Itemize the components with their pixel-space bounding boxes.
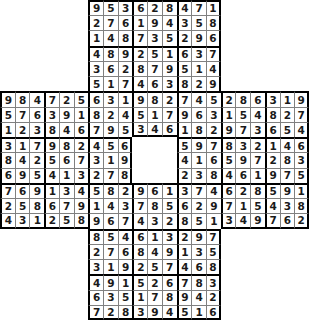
sudoku-cell-r11c13[interactable]: 4 — [177, 152, 192, 167]
sudoku-cell-r5c11[interactable]: 7 — [147, 61, 162, 76]
sudoku-cell-r10c8[interactable]: 5 — [103, 137, 118, 152]
sudoku-cell-r8c16[interactable]: 1 — [221, 107, 236, 122]
sudoku-cell-r6c8[interactable]: 1 — [103, 76, 118, 91]
sudoku-cell-r9c10[interactable]: 3 — [132, 122, 147, 137]
sudoku-cell-r14c7[interactable]: 1 — [88, 198, 103, 213]
sudoku-cell-r15c3[interactable]: 1 — [29, 213, 44, 228]
sudoku-cell-r9c17[interactable]: 7 — [235, 122, 250, 137]
empty-space — [147, 137, 162, 152]
sudoku-cell-r2c13[interactable]: 3 — [177, 15, 192, 30]
sudoku-cell-r14c18[interactable]: 5 — [250, 198, 265, 213]
sudoku-cell-r5c7[interactable]: 3 — [88, 61, 103, 76]
sudoku-cell-r11c20[interactable]: 8 — [280, 152, 295, 167]
sudoku-cell-r18c11[interactable]: 5 — [147, 259, 162, 274]
sudoku-cell-r21c9[interactable]: 8 — [118, 305, 133, 320]
sudoku-cell-r19c8[interactable]: 9 — [103, 274, 118, 289]
sudoku-cell-r7c10[interactable]: 9 — [132, 91, 147, 106]
sudoku-cell-r12c15[interactable]: 8 — [206, 168, 221, 183]
sudoku-cell-r7c13[interactable]: 7 — [177, 91, 192, 106]
sudoku-cell-r8c8[interactable]: 2 — [103, 107, 118, 122]
sudoku-cell-r5c9[interactable]: 2 — [118, 61, 133, 76]
sudoku-cell-r10c17[interactable]: 3 — [235, 137, 250, 152]
sudoku-cell-r10c6[interactable]: 2 — [74, 137, 89, 152]
sudoku-cell-r4c9[interactable]: 9 — [118, 46, 133, 61]
sudoku-cell-r10c1[interactable]: 3 — [0, 137, 15, 152]
sudoku-cell-r13c2[interactable]: 6 — [15, 183, 30, 198]
sudoku-cell-r21c7[interactable]: 7 — [88, 305, 103, 320]
sudoku-cell-r19c14[interactable]: 8 — [191, 274, 206, 289]
sudoku-cell-r10c3[interactable]: 7 — [29, 137, 44, 152]
sudoku-cell-r21c12[interactable]: 4 — [162, 305, 177, 320]
sudoku-cell-r16c7[interactable]: 8 — [88, 229, 103, 244]
sudoku-cell-r13c15[interactable]: 4 — [206, 183, 221, 198]
sudoku-cell-r9c21[interactable]: 4 — [294, 122, 309, 137]
sudoku-cell-r14c6[interactable]: 9 — [74, 198, 89, 213]
sudoku-cell-r15c13[interactable]: 8 — [177, 213, 192, 228]
sudoku-cell-r20c13[interactable]: 9 — [177, 290, 192, 305]
sudoku-cell-r11c7[interactable]: 3 — [88, 152, 103, 167]
sudoku-cell-r13c5[interactable]: 3 — [59, 183, 74, 198]
sudoku-cell-r10c4[interactable]: 9 — [44, 137, 59, 152]
sudoku-cell-r11c16[interactable]: 5 — [221, 152, 236, 167]
sudoku-cell-r10c14[interactable]: 9 — [191, 137, 206, 152]
sudoku-cell-r16c15[interactable]: 7 — [206, 229, 221, 244]
sudoku-cell-r9c2[interactable]: 2 — [15, 122, 30, 137]
sudoku-cell-r12c2[interactable]: 9 — [15, 168, 30, 183]
sudoku-cell-r7c21[interactable]: 9 — [294, 91, 309, 106]
sudoku-cell-r16c10[interactable]: 6 — [132, 229, 147, 244]
sudoku-cell-r3c7[interactable]: 1 — [88, 30, 103, 45]
sudoku-cell-r15c12[interactable]: 2 — [162, 213, 177, 228]
sudoku-cell-r3c8[interactable]: 4 — [103, 30, 118, 45]
sudoku-cell-r7c16[interactable]: 2 — [221, 91, 236, 106]
sudoku-cell-r19c12[interactable]: 6 — [162, 274, 177, 289]
sudoku-cell-r13c21[interactable]: 1 — [294, 183, 309, 198]
sudoku-cell-r13c10[interactable]: 9 — [132, 183, 147, 198]
sudoku-cell-r14c15[interactable]: 9 — [206, 198, 221, 213]
sudoku-cell-r6c9[interactable]: 7 — [118, 76, 133, 91]
sudoku-cell-r8c14[interactable]: 6 — [191, 107, 206, 122]
sudoku-cell-r14c20[interactable]: 3 — [280, 198, 295, 213]
sudoku-cell-r12c20[interactable]: 7 — [280, 168, 295, 183]
sudoku-cell-r14c13[interactable]: 6 — [177, 198, 192, 213]
sudoku-cell-r7c3[interactable]: 4 — [29, 91, 44, 106]
sudoku-cell-r7c19[interactable]: 3 — [265, 91, 280, 106]
sudoku-cell-r5c13[interactable]: 5 — [177, 61, 192, 76]
sudoku-cell-r1c14[interactable]: 7 — [191, 0, 206, 15]
sudoku-cell-r15c19[interactable]: 7 — [265, 213, 280, 228]
sudoku-cell-r3c9[interactable]: 8 — [118, 30, 133, 45]
sudoku-cell-r11c2[interactable]: 4 — [15, 152, 30, 167]
sudoku-cell-r12c5[interactable]: 1 — [59, 168, 74, 183]
sudoku-cell-r10c18[interactable]: 2 — [250, 137, 265, 152]
sudoku-cell-r8c1[interactable]: 5 — [0, 107, 15, 122]
sudoku-cell-r9c3[interactable]: 3 — [29, 122, 44, 137]
sudoku-cell-r10c13[interactable]: 5 — [177, 137, 192, 152]
sudoku-cell-r1c13[interactable]: 4 — [177, 0, 192, 15]
sudoku-cell-r15c16[interactable]: 3 — [221, 213, 236, 228]
sudoku-cell-r7c4[interactable]: 7 — [44, 91, 59, 106]
sudoku-cell-r18c12[interactable]: 7 — [162, 259, 177, 274]
empty-space — [44, 274, 59, 289]
sudoku-cell-r17c13[interactable]: 1 — [177, 244, 192, 259]
sudoku-cell-r14c16[interactable]: 7 — [221, 198, 236, 213]
sudoku-cell-r5c14[interactable]: 1 — [191, 61, 206, 76]
sudoku-cell-r16c9[interactable]: 4 — [118, 229, 133, 244]
sudoku-cell-r14c5[interactable]: 7 — [59, 198, 74, 213]
sudoku-cell-r20c12[interactable]: 8 — [162, 290, 177, 305]
sudoku-cell-r12c6[interactable]: 3 — [74, 168, 89, 183]
sudoku-cell-r3c13[interactable]: 2 — [177, 30, 192, 45]
sudoku-cell-r10c2[interactable]: 1 — [15, 137, 30, 152]
sudoku-cell-r8c6[interactable]: 1 — [74, 107, 89, 122]
sudoku-cell-r9c20[interactable]: 5 — [280, 122, 295, 137]
sudoku-cell-r8c10[interactable]: 5 — [132, 107, 147, 122]
sudoku-cell-r4c11[interactable]: 5 — [147, 46, 162, 61]
sudoku-cell-r5c8[interactable]: 6 — [103, 61, 118, 76]
sudoku-cell-r13c11[interactable]: 6 — [147, 183, 162, 198]
sudoku-cell-r6c11[interactable]: 6 — [147, 76, 162, 91]
sudoku-cell-r2c9[interactable]: 6 — [118, 15, 133, 30]
sudoku-cell-r9c5[interactable]: 4 — [59, 122, 74, 137]
empty-space — [294, 15, 309, 30]
sudoku-cell-r19c7[interactable]: 4 — [88, 274, 103, 289]
sudoku-cell-r1c12[interactable]: 8 — [162, 0, 177, 15]
sudoku-cell-r2c15[interactable]: 8 — [206, 15, 221, 30]
sudoku-cell-r12c21[interactable]: 5 — [294, 168, 309, 183]
sudoku-cell-r15c17[interactable]: 4 — [235, 213, 250, 228]
sudoku-cell-r12c19[interactable]: 9 — [265, 168, 280, 183]
sudoku-cell-r7c17[interactable]: 8 — [235, 91, 250, 106]
sudoku-cell-r6c12[interactable]: 3 — [162, 76, 177, 91]
sudoku-cell-r8c17[interactable]: 5 — [235, 107, 250, 122]
sudoku-cell-r15c2[interactable]: 3 — [15, 213, 30, 228]
sudoku-cell-r17c12[interactable]: 9 — [162, 244, 177, 259]
sudoku-cell-r9c19[interactable]: 6 — [265, 122, 280, 137]
sudoku-cell-r20c9[interactable]: 5 — [118, 290, 133, 305]
sudoku-cell-r12c9[interactable]: 8 — [118, 168, 133, 183]
sudoku-cell-r1c10[interactable]: 6 — [132, 0, 147, 15]
sudoku-cell-r3c15[interactable]: 6 — [206, 30, 221, 45]
sudoku-cell-r8c20[interactable]: 2 — [280, 107, 295, 122]
sudoku-cell-r7c2[interactable]: 8 — [15, 91, 30, 106]
sudoku-cell-r7c9[interactable]: 1 — [118, 91, 133, 106]
empty-space — [280, 61, 295, 76]
empty-space — [59, 61, 74, 76]
sudoku-cell-r13c20[interactable]: 9 — [280, 183, 295, 198]
sudoku-cell-r12c1[interactable]: 6 — [0, 168, 15, 183]
sudoku-cell-r4c13[interactable]: 6 — [177, 46, 192, 61]
sudoku-cell-r9c6[interactable]: 6 — [74, 122, 89, 137]
sudoku-cell-r15c6[interactable]: 8 — [74, 213, 89, 228]
sudoku-cell-r1c9[interactable]: 3 — [118, 0, 133, 15]
sudoku-cell-r12c3[interactable]: 5 — [29, 168, 44, 183]
sudoku-cell-r8c4[interactable]: 3 — [44, 107, 59, 122]
sudoku-cell-r15c20[interactable]: 6 — [280, 213, 295, 228]
sudoku-cell-r20c8[interactable]: 3 — [103, 290, 118, 305]
sudoku-cell-r14c21[interactable]: 8 — [294, 198, 309, 213]
sudoku-cell-r9c18[interactable]: 3 — [250, 122, 265, 137]
sudoku-cell-r9c11[interactable]: 4 — [147, 122, 162, 137]
sudoku-cell-r6c14[interactable]: 2 — [191, 76, 206, 91]
sudoku-cell-r16c11[interactable]: 1 — [147, 229, 162, 244]
sudoku-cell-r9c9[interactable]: 5 — [118, 122, 133, 137]
sudoku-cell-r8c18[interactable]: 4 — [250, 107, 265, 122]
sudoku-cell-r10c16[interactable]: 8 — [221, 137, 236, 152]
sudoku-cell-r8c2[interactable]: 7 — [15, 107, 30, 122]
sudoku-cell-r2c7[interactable]: 2 — [88, 15, 103, 30]
sudoku-cell-r18c15[interactable]: 8 — [206, 259, 221, 274]
sudoku-cell-r4c12[interactable]: 1 — [162, 46, 177, 61]
sudoku-cell-r11c5[interactable]: 6 — [59, 152, 74, 167]
sudoku-cell-r1c7[interactable]: 9 — [88, 0, 103, 15]
sudoku-cell-r7c15[interactable]: 5 — [206, 91, 221, 106]
sudoku-cell-r7c6[interactable]: 5 — [74, 91, 89, 106]
sudoku-cell-r21c11[interactable]: 9 — [147, 305, 162, 320]
sudoku-cell-r15c14[interactable]: 5 — [191, 213, 206, 228]
sudoku-cell-r18c10[interactable]: 2 — [132, 259, 147, 274]
sudoku-cell-r11c6[interactable]: 7 — [74, 152, 89, 167]
sudoku-cell-r11c14[interactable]: 1 — [191, 152, 206, 167]
sudoku-cell-r2c10[interactable]: 1 — [132, 15, 147, 30]
sudoku-cell-r11c8[interactable]: 1 — [103, 152, 118, 167]
sudoku-cell-r20c11[interactable]: 7 — [147, 290, 162, 305]
sudoku-cell-r14c14[interactable]: 2 — [191, 198, 206, 213]
sudoku-cell-r15c7[interactable]: 9 — [88, 213, 103, 228]
sudoku-cell-r8c7[interactable]: 8 — [88, 107, 103, 122]
sudoku-cell-r8c11[interactable]: 1 — [147, 107, 162, 122]
sudoku-cell-r19c9[interactable]: 1 — [118, 274, 133, 289]
sudoku-cell-r3c12[interactable]: 5 — [162, 30, 177, 45]
sudoku-cell-r17c14[interactable]: 3 — [191, 244, 206, 259]
sudoku-cell-r16c14[interactable]: 9 — [191, 229, 206, 244]
empty-space — [0, 15, 15, 30]
sudoku-cell-r8c19[interactable]: 8 — [265, 107, 280, 122]
sudoku-cell-r4c15[interactable]: 7 — [206, 46, 221, 61]
sudoku-cell-r18c14[interactable]: 6 — [191, 259, 206, 274]
sudoku-cell-r15c5[interactable]: 5 — [59, 213, 74, 228]
sudoku-cell-r9c14[interactable]: 8 — [191, 122, 206, 137]
sudoku-cell-r13c19[interactable]: 5 — [265, 183, 280, 198]
empty-space — [250, 274, 265, 289]
sudoku-cell-r14c11[interactable]: 8 — [147, 198, 162, 213]
sudoku-cell-r12c16[interactable]: 4 — [221, 168, 236, 183]
sudoku-cell-r21c10[interactable]: 3 — [132, 305, 147, 320]
sudoku-cell-r11c3[interactable]: 2 — [29, 152, 44, 167]
sudoku-cell-r15c15[interactable]: 1 — [206, 213, 221, 228]
sudoku-cell-r13c8[interactable]: 8 — [103, 183, 118, 198]
sudoku-cell-r3c11[interactable]: 3 — [147, 30, 162, 45]
sudoku-cell-r9c1[interactable]: 1 — [0, 122, 15, 137]
sudoku-cell-r3c10[interactable]: 7 — [132, 30, 147, 45]
sudoku-cell-r21c15[interactable]: 6 — [206, 305, 221, 320]
sudoku-cell-r13c14[interactable]: 7 — [191, 183, 206, 198]
sudoku-cell-r18c13[interactable]: 4 — [177, 259, 192, 274]
sudoku-cell-r13c17[interactable]: 2 — [235, 183, 250, 198]
sudoku-cell-r4c8[interactable]: 8 — [103, 46, 118, 61]
sudoku-cell-r15c11[interactable]: 3 — [147, 213, 162, 228]
sudoku-cell-r12c13[interactable]: 2 — [177, 168, 192, 183]
sudoku-cell-r1c8[interactable]: 5 — [103, 0, 118, 15]
sudoku-cell-r7c14[interactable]: 4 — [191, 91, 206, 106]
sudoku-cell-r9c7[interactable]: 7 — [88, 122, 103, 137]
sudoku-cell-r12c18[interactable]: 1 — [250, 168, 265, 183]
sudoku-cell-r8c21[interactable]: 7 — [294, 107, 309, 122]
empty-space — [221, 274, 236, 289]
sudoku-cell-r7c8[interactable]: 3 — [103, 91, 118, 106]
sudoku-cell-r14c19[interactable]: 4 — [265, 198, 280, 213]
sudoku-cell-r13c7[interactable]: 5 — [88, 183, 103, 198]
sudoku-cell-r13c13[interactable]: 3 — [177, 183, 192, 198]
sudoku-cell-r21c14[interactable]: 1 — [191, 305, 206, 320]
sudoku-cell-r11c9[interactable]: 9 — [118, 152, 133, 167]
sudoku-cell-r7c5[interactable]: 2 — [59, 91, 74, 106]
sudoku-cell-r2c12[interactable]: 4 — [162, 15, 177, 30]
sudoku-cell-r11c18[interactable]: 7 — [250, 152, 265, 167]
sudoku-cell-r10c7[interactable]: 4 — [88, 137, 103, 152]
sudoku-cell-r12c17[interactable]: 6 — [235, 168, 250, 183]
sudoku-cell-r19c10[interactable]: 5 — [132, 274, 147, 289]
sudoku-cell-r14c2[interactable]: 5 — [15, 198, 30, 213]
sudoku-cell-r9c15[interactable]: 2 — [206, 122, 221, 137]
sudoku-cell-r2c11[interactable]: 9 — [147, 15, 162, 30]
sudoku-cell-r13c4[interactable]: 1 — [44, 183, 59, 198]
sudoku-cell-r8c9[interactable]: 4 — [118, 107, 133, 122]
sudoku-cell-r16c8[interactable]: 5 — [103, 229, 118, 244]
sudoku-cell-r18c7[interactable]: 3 — [88, 259, 103, 274]
sudoku-cell-r14c3[interactable]: 8 — [29, 198, 44, 213]
sudoku-cell-r7c12[interactable]: 2 — [162, 91, 177, 106]
sudoku-cell-r6c13[interactable]: 8 — [177, 76, 192, 91]
sudoku-cell-r7c11[interactable]: 8 — [147, 91, 162, 106]
sudoku-cell-r1c15[interactable]: 1 — [206, 0, 221, 15]
sudoku-cell-r5c12[interactable]: 9 — [162, 61, 177, 76]
sudoku-cell-r15c21[interactable]: 2 — [294, 213, 309, 228]
sudoku-cell-r13c3[interactable]: 9 — [29, 183, 44, 198]
sudoku-cell-r15c9[interactable]: 7 — [118, 213, 133, 228]
sudoku-cell-r16c13[interactable]: 2 — [177, 229, 192, 244]
sudoku-cell-r10c21[interactable]: 6 — [294, 137, 309, 152]
empty-space — [221, 61, 236, 76]
sudoku-cell-r2c14[interactable]: 5 — [191, 15, 206, 30]
sudoku-cell-r11c21[interactable]: 3 — [294, 152, 309, 167]
sudoku-cell-r17c15[interactable]: 5 — [206, 244, 221, 259]
sudoku-cell-r10c9[interactable]: 6 — [118, 137, 133, 152]
sudoku-cell-r13c12[interactable]: 1 — [162, 183, 177, 198]
sudoku-cell-r10c5[interactable]: 8 — [59, 137, 74, 152]
sudoku-cell-r9c12[interactable]: 6 — [162, 122, 177, 137]
sudoku-cell-r21c8[interactable]: 2 — [103, 305, 118, 320]
sudoku-cell-r20c10[interactable]: 1 — [132, 290, 147, 305]
sudoku-cell-r8c13[interactable]: 9 — [177, 107, 192, 122]
sudoku-cell-r7c18[interactable]: 6 — [250, 91, 265, 106]
sudoku-cell-r5c10[interactable]: 8 — [132, 61, 147, 76]
sudoku-cell-r14c10[interactable]: 7 — [132, 198, 147, 213]
sudoku-cell-r19c11[interactable]: 2 — [147, 274, 162, 289]
sudoku-cell-r12c8[interactable]: 7 — [103, 168, 118, 183]
sudoku-cell-r20c15[interactable]: 2 — [206, 290, 221, 305]
sudoku-cell-r21c13[interactable]: 5 — [177, 305, 192, 320]
sudoku-cell-r8c3[interactable]: 6 — [29, 107, 44, 122]
sudoku-cell-r19c15[interactable]: 3 — [206, 274, 221, 289]
sudoku-cell-r14c4[interactable]: 6 — [44, 198, 59, 213]
sudoku-cell-r11c19[interactable]: 2 — [265, 152, 280, 167]
sudoku-cell-r14c12[interactable]: 5 — [162, 198, 177, 213]
sudoku-cell-r9c4[interactable]: 8 — [44, 122, 59, 137]
sudoku-cell-r15c4[interactable]: 2 — [44, 213, 59, 228]
sudoku-cell-r10c15[interactable]: 7 — [206, 137, 221, 152]
sudoku-cell-r3c14[interactable]: 9 — [191, 30, 206, 45]
sudoku-cell-r7c20[interactable]: 1 — [280, 91, 295, 106]
sudoku-cell-r17c9[interactable]: 6 — [118, 244, 133, 259]
sudoku-cell-r14c9[interactable]: 3 — [118, 198, 133, 213]
sudoku-cell-r4c14[interactable]: 3 — [191, 46, 206, 61]
empty-space — [265, 0, 280, 15]
sudoku-cell-r19c13[interactable]: 7 — [177, 274, 192, 289]
sudoku-cell-r8c5[interactable]: 9 — [59, 107, 74, 122]
sudoku-cell-r15c18[interactable]: 9 — [250, 213, 265, 228]
sudoku-cell-r1c11[interactable]: 2 — [147, 0, 162, 15]
empty-space — [265, 76, 280, 91]
sudoku-cell-r14c1[interactable]: 2 — [0, 198, 15, 213]
sudoku-cell-r13c1[interactable]: 7 — [0, 183, 15, 198]
sudoku-cell-r17c7[interactable]: 2 — [88, 244, 103, 259]
sudoku-cell-r4c7[interactable]: 4 — [88, 46, 103, 61]
sudoku-cell-r7c1[interactable]: 9 — [0, 91, 15, 106]
sudoku-cell-r15c1[interactable]: 4 — [0, 213, 15, 228]
sudoku-cell-r11c15[interactable]: 6 — [206, 152, 221, 167]
sudoku-cell-r4c10[interactable]: 2 — [132, 46, 147, 61]
sudoku-cell-r6c7[interactable]: 5 — [88, 76, 103, 91]
sudoku-cell-r13c6[interactable]: 4 — [74, 183, 89, 198]
sudoku-cell-r14c17[interactable]: 1 — [235, 198, 250, 213]
sudoku-cell-r11c1[interactable]: 8 — [0, 152, 15, 167]
sudoku-cell-r9c16[interactable]: 9 — [221, 122, 236, 137]
sudoku-cell-r2c8[interactable]: 7 — [103, 15, 118, 30]
sudoku-cell-r10c19[interactable]: 1 — [265, 137, 280, 152]
sudoku-cell-r7c7[interactable]: 6 — [88, 91, 103, 106]
sudoku-cell-r8c12[interactable]: 7 — [162, 107, 177, 122]
sudoku-cell-r6c15[interactable]: 9 — [206, 76, 221, 91]
sudoku-cell-r17c11[interactable]: 4 — [147, 244, 162, 259]
sudoku-cell-r18c9[interactable]: 9 — [118, 259, 133, 274]
sudoku-cell-r6c10[interactable]: 4 — [132, 76, 147, 91]
sudoku-cell-r16c12[interactable]: 3 — [162, 229, 177, 244]
sudoku-cell-r20c14[interactable]: 4 — [191, 290, 206, 305]
sudoku-cell-r20c7[interactable]: 6 — [88, 290, 103, 305]
sudoku-cell-r11c4[interactable]: 5 — [44, 152, 59, 167]
sudoku-cell-r10c20[interactable]: 4 — [280, 137, 295, 152]
sudoku-cell-r13c16[interactable]: 6 — [221, 183, 236, 198]
sudoku-cell-r13c9[interactable]: 2 — [118, 183, 133, 198]
sudoku-cell-r9c13[interactable]: 1 — [177, 122, 192, 137]
sudoku-cell-r12c4[interactable]: 4 — [44, 168, 59, 183]
sudoku-cell-r17c10[interactable]: 8 — [132, 244, 147, 259]
sudoku-cell-r14c8[interactable]: 4 — [103, 198, 118, 213]
sudoku-cell-r12c14[interactable]: 3 — [191, 168, 206, 183]
sudoku-cell-r8c15[interactable]: 3 — [206, 107, 221, 122]
sudoku-cell-r15c8[interactable]: 6 — [103, 213, 118, 228]
sudoku-cell-r9c8[interactable]: 9 — [103, 122, 118, 137]
empty-space — [0, 244, 15, 259]
sudoku-cell-r13c18[interactable]: 8 — [250, 183, 265, 198]
sudoku-cell-r11c17[interactable]: 9 — [235, 152, 250, 167]
sudoku-cell-r18c8[interactable]: 1 — [103, 259, 118, 274]
sudoku-cell-r12c7[interactable]: 2 — [88, 168, 103, 183]
sudoku-cell-r17c8[interactable]: 7 — [103, 244, 118, 259]
sudoku-cell-r5c15[interactable]: 4 — [206, 61, 221, 76]
sudoku-cell-r15c10[interactable]: 4 — [132, 213, 147, 228]
